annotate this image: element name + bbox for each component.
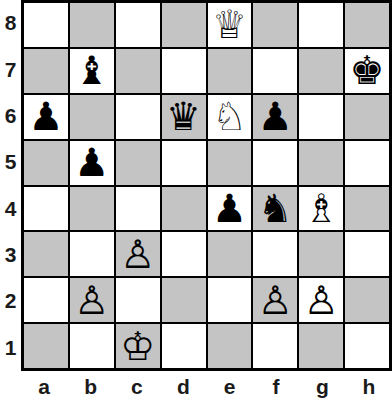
square-b2[interactable]: ♙	[70, 278, 114, 322]
square-b1[interactable]	[70, 324, 114, 368]
square-f3[interactable]	[253, 232, 297, 276]
file-label-h: h	[346, 371, 392, 400]
square-d4[interactable]	[162, 187, 206, 231]
square-f5[interactable]	[253, 141, 297, 185]
file-label-g: g	[299, 371, 345, 400]
square-e7[interactable]	[208, 49, 252, 93]
rank-label-7: 7	[0, 46, 21, 92]
square-g1[interactable]	[299, 324, 343, 368]
square-f2[interactable]: ♙	[253, 278, 297, 322]
square-f8[interactable]	[253, 3, 297, 47]
square-a2[interactable]	[24, 278, 68, 322]
square-f4[interactable]: ♞	[253, 187, 297, 231]
square-b5[interactable]: ♟	[70, 141, 114, 185]
square-h2[interactable]	[345, 278, 389, 322]
square-g6[interactable]	[299, 95, 343, 139]
square-e8[interactable]: ♕	[208, 3, 252, 47]
square-h3[interactable]	[345, 232, 389, 276]
square-b8[interactable]	[70, 3, 114, 47]
rank-label-8: 8	[0, 0, 21, 46]
rank-label-2: 2	[0, 278, 21, 324]
square-e3[interactable]	[208, 232, 252, 276]
square-c8[interactable]	[116, 3, 160, 47]
square-e2[interactable]	[208, 278, 252, 322]
chess-diagram: 8 7 6 5 4 3 2 1 ♕ ♝ ♚ ♟ ♛ ♘ ♟ ♟	[0, 0, 392, 400]
square-a5[interactable]	[24, 141, 68, 185]
square-d3[interactable]	[162, 232, 206, 276]
square-e1[interactable]	[208, 324, 252, 368]
square-h5[interactable]	[345, 141, 389, 185]
rank-labels: 8 7 6 5 4 3 2 1	[0, 0, 21, 371]
square-a3[interactable]	[24, 232, 68, 276]
file-label-c: c	[114, 371, 160, 400]
square-c4[interactable]	[116, 187, 160, 231]
square-h8[interactable]	[345, 3, 389, 47]
square-c2[interactable]	[116, 278, 160, 322]
file-labels: a b c d e f g h	[21, 371, 392, 400]
square-f6[interactable]: ♟	[253, 95, 297, 139]
square-e5[interactable]	[208, 141, 252, 185]
square-h7[interactable]: ♚	[345, 49, 389, 93]
rank-label-4: 4	[0, 186, 21, 232]
square-e4[interactable]: ♟	[208, 187, 252, 231]
square-g5[interactable]	[299, 141, 343, 185]
square-g8[interactable]	[299, 3, 343, 47]
rank-label-1: 1	[0, 325, 21, 371]
square-d5[interactable]	[162, 141, 206, 185]
rank-label-3: 3	[0, 232, 21, 278]
square-g7[interactable]	[299, 49, 343, 93]
square-d6[interactable]: ♛	[162, 95, 206, 139]
square-a8[interactable]	[24, 3, 68, 47]
square-d8[interactable]	[162, 3, 206, 47]
file-label-d: d	[160, 371, 206, 400]
square-g2[interactable]: ♙	[299, 278, 343, 322]
chess-board: ♕ ♝ ♚ ♟ ♛ ♘ ♟ ♟ ♟ ♞ ♗	[21, 0, 392, 371]
square-c5[interactable]	[116, 141, 160, 185]
square-d2[interactable]	[162, 278, 206, 322]
square-a6[interactable]: ♟	[24, 95, 68, 139]
file-label-b: b	[67, 371, 113, 400]
square-b6[interactable]	[70, 95, 114, 139]
square-c3[interactable]: ♙	[116, 232, 160, 276]
rank-label-5: 5	[0, 139, 21, 185]
file-label-f: f	[253, 371, 299, 400]
square-d7[interactable]	[162, 49, 206, 93]
square-f1[interactable]	[253, 324, 297, 368]
file-label-e: e	[207, 371, 253, 400]
square-c6[interactable]	[116, 95, 160, 139]
rank-label-6: 6	[0, 93, 21, 139]
square-g4[interactable]: ♗	[299, 187, 343, 231]
square-f7[interactable]	[253, 49, 297, 93]
square-a4[interactable]	[24, 187, 68, 231]
square-b7[interactable]: ♝	[70, 49, 114, 93]
square-h6[interactable]	[345, 95, 389, 139]
square-b4[interactable]	[70, 187, 114, 231]
square-b3[interactable]	[70, 232, 114, 276]
square-d1[interactable]	[162, 324, 206, 368]
square-c1[interactable]: ♔	[116, 324, 160, 368]
square-a7[interactable]	[24, 49, 68, 93]
square-c7[interactable]	[116, 49, 160, 93]
square-e6[interactable]: ♘	[208, 95, 252, 139]
square-h1[interactable]	[345, 324, 389, 368]
square-a1[interactable]	[24, 324, 68, 368]
square-g3[interactable]	[299, 232, 343, 276]
square-h4[interactable]	[345, 187, 389, 231]
file-label-a: a	[21, 371, 67, 400]
